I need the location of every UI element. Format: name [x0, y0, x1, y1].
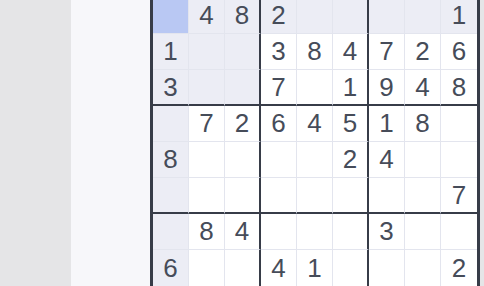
cell-r7c5[interactable]: [297, 214, 333, 250]
cell-r5c5[interactable]: [297, 142, 333, 178]
cell-r1c3[interactable]: 8: [225, 0, 261, 34]
cell-r6c9[interactable]: 7: [441, 178, 477, 214]
cell-r5c2[interactable]: [189, 142, 225, 178]
cell-r1c2[interactable]: 4: [189, 0, 225, 34]
cell-r8c1[interactable]: 6: [153, 250, 189, 286]
cell-r2c8[interactable]: 2: [405, 34, 441, 70]
cell-r2c4[interactable]: 3: [261, 34, 297, 70]
cell-r6c2[interactable]: [189, 178, 225, 214]
cell-r2c9[interactable]: 6: [441, 34, 477, 70]
cell-r5c8[interactable]: [405, 142, 441, 178]
cell-r4c8[interactable]: 8: [405, 106, 441, 142]
cell-r3c9[interactable]: 8: [441, 70, 477, 106]
cell-r6c3[interactable]: [225, 178, 261, 214]
cell-r7c8[interactable]: [405, 214, 441, 250]
cell-r6c1[interactable]: [153, 178, 189, 214]
cell-r8c3[interactable]: [225, 250, 261, 286]
sudoku-board: 48211384726371948726451882478436412: [150, 0, 480, 286]
cell-r8c7[interactable]: [369, 250, 405, 286]
cell-r5c7[interactable]: 4: [369, 142, 405, 178]
cell-r6c4[interactable]: [261, 178, 297, 214]
cell-r7c9[interactable]: [441, 214, 477, 250]
cell-r3c4[interactable]: 7: [261, 70, 297, 106]
cell-r8c8[interactable]: [405, 250, 441, 286]
cell-r1c8[interactable]: [405, 0, 441, 34]
cell-r2c6[interactable]: 4: [333, 34, 369, 70]
cell-r1c5[interactable]: [297, 0, 333, 34]
cell-r3c5[interactable]: [297, 70, 333, 106]
cell-r5c3[interactable]: [225, 142, 261, 178]
cell-r8c4[interactable]: 4: [261, 250, 297, 286]
cell-r2c2[interactable]: [189, 34, 225, 70]
cell-r3c7[interactable]: 9: [369, 70, 405, 106]
page-background: 48211384726371948726451882478436412: [0, 0, 484, 286]
cell-r8c9[interactable]: 2: [441, 250, 477, 286]
cell-r4c3[interactable]: 2: [225, 106, 261, 142]
board-surface: 48211384726371948726451882478436412: [71, 0, 417, 286]
cell-r3c1[interactable]: 3: [153, 70, 189, 106]
cell-r6c8[interactable]: [405, 178, 441, 214]
cell-r3c3[interactable]: [225, 70, 261, 106]
cell-r8c5[interactable]: 1: [297, 250, 333, 286]
cell-r1c4[interactable]: 2: [261, 0, 297, 34]
cell-r5c1[interactable]: 8: [153, 142, 189, 178]
cell-r1c1[interactable]: [153, 0, 189, 34]
cell-r4c2[interactable]: 7: [189, 106, 225, 142]
cell-r2c7[interactable]: 7: [369, 34, 405, 70]
cell-r2c5[interactable]: 8: [297, 34, 333, 70]
cell-r3c8[interactable]: 4: [405, 70, 441, 106]
cell-r2c1[interactable]: 1: [153, 34, 189, 70]
cell-r1c7[interactable]: [369, 0, 405, 34]
cell-r4c6[interactable]: 5: [333, 106, 369, 142]
cell-r5c6[interactable]: 2: [333, 142, 369, 178]
cell-r3c6[interactable]: 1: [333, 70, 369, 106]
cell-r2c3[interactable]: [225, 34, 261, 70]
cell-r7c4[interactable]: [261, 214, 297, 250]
cell-r3c2[interactable]: [189, 70, 225, 106]
cell-r1c6[interactable]: [333, 0, 369, 34]
cell-r5c9[interactable]: [441, 142, 477, 178]
cell-r6c6[interactable]: [333, 178, 369, 214]
cell-r5c4[interactable]: [261, 142, 297, 178]
cell-r8c6[interactable]: [333, 250, 369, 286]
cell-r4c7[interactable]: 1: [369, 106, 405, 142]
cell-r4c4[interactable]: 6: [261, 106, 297, 142]
cell-r6c5[interactable]: [297, 178, 333, 214]
cell-r4c5[interactable]: 4: [297, 106, 333, 142]
cell-r6c7[interactable]: [369, 178, 405, 214]
cell-r8c2[interactable]: [189, 250, 225, 286]
cell-r7c7[interactable]: 3: [369, 214, 405, 250]
cell-r7c6[interactable]: [333, 214, 369, 250]
cell-r4c9[interactable]: [441, 106, 477, 142]
cell-r7c3[interactable]: 4: [225, 214, 261, 250]
cell-r4c1[interactable]: [153, 106, 189, 142]
cell-r7c1[interactable]: [153, 214, 189, 250]
cell-r1c9[interactable]: 1: [441, 0, 477, 34]
cell-r7c2[interactable]: 8: [189, 214, 225, 250]
